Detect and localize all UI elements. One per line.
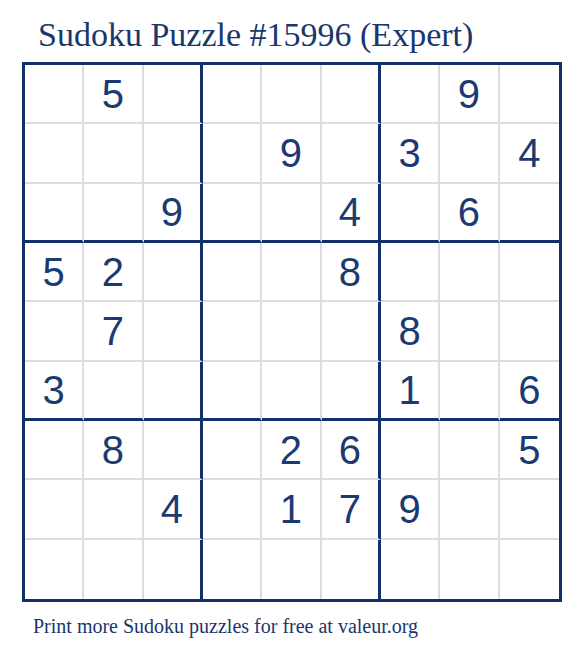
cell-r6c4 <box>203 362 262 421</box>
cell-r6c3 <box>144 362 203 421</box>
cell-r7c6: 6 <box>322 421 381 480</box>
cell-r2c2 <box>84 124 143 183</box>
cell-r9c4 <box>203 540 262 599</box>
cell-r8c1 <box>25 480 84 539</box>
cell-r6c6 <box>322 362 381 421</box>
cell-r5c5 <box>262 302 321 361</box>
cell-r2c5: 9 <box>262 124 321 183</box>
cell-r6c7: 1 <box>381 362 440 421</box>
cell-r3c2 <box>84 184 143 243</box>
cell-r6c9: 6 <box>500 362 559 421</box>
cell-r1c2: 5 <box>84 65 143 124</box>
cell-r4c9 <box>500 243 559 302</box>
cell-r4c7 <box>381 243 440 302</box>
cell-r7c7 <box>381 421 440 480</box>
cell-r5c3 <box>144 302 203 361</box>
cell-r5c4 <box>203 302 262 361</box>
cell-r5c9 <box>500 302 559 361</box>
cell-r2c8 <box>440 124 499 183</box>
cell-r1c9 <box>500 65 559 124</box>
cell-r3c5 <box>262 184 321 243</box>
cell-r1c1 <box>25 65 84 124</box>
cell-r5c8 <box>440 302 499 361</box>
cell-r4c2: 2 <box>84 243 143 302</box>
cell-r7c4 <box>203 421 262 480</box>
cell-r9c6 <box>322 540 381 599</box>
page-title: Sudoku Puzzle #15996 (Expert) <box>38 16 473 53</box>
cell-r2c3 <box>144 124 203 183</box>
cell-r7c9: 5 <box>500 421 559 480</box>
cell-r7c2: 8 <box>84 421 143 480</box>
cell-r7c3 <box>144 421 203 480</box>
cell-r3c7 <box>381 184 440 243</box>
cell-r5c1 <box>25 302 84 361</box>
cell-r3c3: 9 <box>144 184 203 243</box>
cell-r2c7: 3 <box>381 124 440 183</box>
cell-r9c7 <box>381 540 440 599</box>
cell-r9c2 <box>84 540 143 599</box>
cell-r4c4 <box>203 243 262 302</box>
cell-r8c8 <box>440 480 499 539</box>
cell-r6c1: 3 <box>25 362 84 421</box>
cell-r7c1 <box>25 421 84 480</box>
cell-r4c8 <box>440 243 499 302</box>
cell-r5c2: 7 <box>84 302 143 361</box>
cell-r4c6: 8 <box>322 243 381 302</box>
cell-r1c7 <box>381 65 440 124</box>
cell-r8c6: 7 <box>322 480 381 539</box>
cell-r7c5: 2 <box>262 421 321 480</box>
cell-r6c2 <box>84 362 143 421</box>
footer-text: Print more Sudoku puzzles for free at va… <box>33 614 418 638</box>
cell-r1c3 <box>144 65 203 124</box>
cell-r3c4 <box>203 184 262 243</box>
cell-r3c8: 6 <box>440 184 499 243</box>
cell-r4c5 <box>262 243 321 302</box>
cell-r1c8: 9 <box>440 65 499 124</box>
sudoku-board: 599349465287831682654179 <box>22 62 562 602</box>
cell-r9c1 <box>25 540 84 599</box>
cell-r2c1 <box>25 124 84 183</box>
cell-r8c2 <box>84 480 143 539</box>
cell-r3c6: 4 <box>322 184 381 243</box>
cell-r2c6 <box>322 124 381 183</box>
cell-r8c5: 1 <box>262 480 321 539</box>
cell-r8c4 <box>203 480 262 539</box>
cell-r2c9: 4 <box>500 124 559 183</box>
cell-r5c7: 8 <box>381 302 440 361</box>
cell-r8c3: 4 <box>144 480 203 539</box>
cell-r6c8 <box>440 362 499 421</box>
cell-r9c8 <box>440 540 499 599</box>
cell-r3c9 <box>500 184 559 243</box>
cell-r1c4 <box>203 65 262 124</box>
cell-r1c6 <box>322 65 381 124</box>
cell-r3c1 <box>25 184 84 243</box>
cell-r1c5 <box>262 65 321 124</box>
sudoku-page: Sudoku Puzzle #15996 (Expert) 5993494652… <box>0 0 580 651</box>
cell-r9c9 <box>500 540 559 599</box>
cell-r2c4 <box>203 124 262 183</box>
cell-r9c3 <box>144 540 203 599</box>
cell-r9c5 <box>262 540 321 599</box>
cell-r8c7: 9 <box>381 480 440 539</box>
cell-r8c9 <box>500 480 559 539</box>
cell-r7c8 <box>440 421 499 480</box>
cell-r6c5 <box>262 362 321 421</box>
cell-r4c1: 5 <box>25 243 84 302</box>
cell-r4c3 <box>144 243 203 302</box>
cell-r5c6 <box>322 302 381 361</box>
